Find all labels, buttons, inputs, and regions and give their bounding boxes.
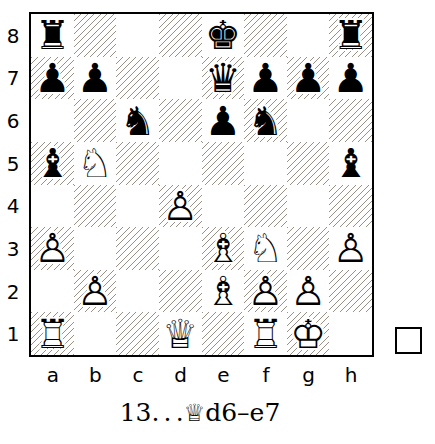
square-f7: ♟	[244, 57, 287, 100]
piece-black-knight: ♞	[120, 101, 156, 141]
white-to-move-indicator-icon	[395, 327, 422, 354]
square-d2	[159, 270, 202, 313]
piece-black-rook: ♜	[333, 15, 369, 55]
square-b7: ♟	[74, 57, 117, 100]
square-b2: ♟♙	[74, 270, 117, 313]
piece-white-knight: ♘	[248, 228, 284, 268]
piece-black-rook: ♜	[34, 15, 70, 55]
square-a2	[31, 270, 74, 313]
square-b3	[74, 227, 117, 270]
square-g4	[287, 185, 330, 228]
piece-white-bishop: ♗	[205, 271, 241, 311]
square-c7	[116, 57, 159, 100]
piece-white-pawn: ♙	[34, 228, 70, 268]
square-f5	[244, 142, 287, 185]
move-text: d6–e7	[205, 398, 280, 427]
square-a5: ♝	[31, 142, 74, 185]
square-e7: ♛	[202, 57, 245, 100]
square-f1: ♜♖	[244, 312, 287, 355]
piece-black-pawn: ♟	[290, 58, 326, 98]
square-e4	[202, 185, 245, 228]
square-d3	[159, 227, 202, 270]
square-h5: ♝	[329, 142, 372, 185]
square-h3: ♟♙	[329, 227, 372, 270]
piece-white-rook: ♖	[34, 314, 70, 354]
square-f4	[244, 185, 287, 228]
piece-black-queen: ♛	[205, 58, 241, 98]
square-h1	[329, 312, 372, 355]
square-f6: ♞	[244, 99, 287, 142]
piece-white-knight: ♘	[77, 143, 113, 183]
square-g5	[287, 142, 330, 185]
piece-white-pawn: ♙	[290, 271, 326, 311]
square-g6	[287, 99, 330, 142]
rank-label-6: 6	[0, 100, 26, 143]
square-e8: ♚	[202, 14, 245, 57]
square-h2	[329, 270, 372, 313]
piece-black-pawn: ♟	[205, 101, 241, 141]
file-labels: abcdefgh	[32, 362, 373, 388]
square-a6	[31, 99, 74, 142]
square-e6: ♟	[202, 99, 245, 142]
file-label-c: c	[117, 362, 160, 388]
rank-label-3: 3	[0, 228, 26, 271]
piece-white-bishop: ♗	[205, 228, 241, 268]
square-h8: ♜	[329, 14, 372, 57]
rank-label-4: 4	[0, 185, 26, 228]
square-a1: ♜♖	[31, 312, 74, 355]
move-caption: 13. . .♕d6–e7	[0, 398, 400, 427]
file-label-d: d	[159, 362, 202, 388]
square-e5	[202, 142, 245, 185]
square-g3	[287, 227, 330, 270]
queen-figurine-icon: ♕	[184, 399, 206, 427]
square-g1: ♚♔	[287, 312, 330, 355]
square-h4	[329, 185, 372, 228]
piece-black-pawn: ♟	[248, 58, 284, 98]
square-b1	[74, 312, 117, 355]
chess-diagram: 87654321 ♜♚♜♟♟♛♟♟♟♞♟♞♝♞♘♝♟♙♟♙♝♗♞♘♟♙♟♙♝♗♟…	[0, 0, 435, 444]
square-c5	[116, 142, 159, 185]
move-number: 13. . .	[120, 398, 184, 427]
piece-black-king: ♚	[205, 15, 241, 55]
rank-label-1: 1	[0, 313, 26, 356]
square-g2: ♟♙	[287, 270, 330, 313]
square-a7: ♟	[31, 57, 74, 100]
piece-black-knight: ♞	[248, 101, 284, 141]
square-d6	[159, 99, 202, 142]
square-c1	[116, 312, 159, 355]
square-f2: ♟♙	[244, 270, 287, 313]
square-a8: ♜	[31, 14, 74, 57]
square-e1	[202, 312, 245, 355]
piece-white-pawn: ♙	[248, 271, 284, 311]
piece-black-pawn: ♟	[77, 58, 113, 98]
square-c3	[116, 227, 159, 270]
square-b8	[74, 14, 117, 57]
piece-white-king: ♔	[290, 314, 326, 354]
rank-labels: 87654321	[0, 15, 26, 356]
rank-label-2: 2	[0, 270, 26, 313]
file-label-e: e	[202, 362, 245, 388]
square-d8	[159, 14, 202, 57]
square-b4	[74, 185, 117, 228]
square-f8	[244, 14, 287, 57]
square-c8	[116, 14, 159, 57]
square-g7: ♟	[287, 57, 330, 100]
board: ♜♚♜♟♟♛♟♟♟♞♟♞♝♞♘♝♟♙♟♙♝♗♞♘♟♙♟♙♝♗♟♙♟♙♜♖♛♕♜♖…	[29, 12, 374, 357]
file-label-h: h	[330, 362, 373, 388]
square-b5: ♞♘	[74, 142, 117, 185]
square-d5	[159, 142, 202, 185]
piece-black-pawn: ♟	[333, 58, 369, 98]
square-e2: ♝♗	[202, 270, 245, 313]
square-h6	[329, 99, 372, 142]
file-label-g: g	[287, 362, 330, 388]
file-label-b: b	[74, 362, 117, 388]
piece-white-rook: ♖	[248, 314, 284, 354]
square-e3: ♝♗	[202, 227, 245, 270]
square-c2	[116, 270, 159, 313]
piece-white-pawn: ♙	[333, 228, 369, 268]
square-h7: ♟	[329, 57, 372, 100]
piece-white-pawn: ♙	[162, 186, 198, 226]
square-b6	[74, 99, 117, 142]
square-d1: ♛♕	[159, 312, 202, 355]
square-d7	[159, 57, 202, 100]
piece-black-bishop: ♝	[333, 143, 369, 183]
file-label-f: f	[245, 362, 288, 388]
file-label-a: a	[32, 362, 75, 388]
rank-label-5: 5	[0, 142, 26, 185]
piece-white-pawn: ♙	[77, 271, 113, 311]
square-f3: ♞♘	[244, 227, 287, 270]
square-a3: ♟♙	[31, 227, 74, 270]
rank-label-7: 7	[0, 57, 26, 100]
rank-label-8: 8	[0, 15, 26, 58]
piece-black-bishop: ♝	[34, 143, 70, 183]
square-d4: ♟♙	[159, 185, 202, 228]
square-c4	[116, 185, 159, 228]
piece-black-pawn: ♟	[34, 58, 70, 98]
square-g8	[287, 14, 330, 57]
square-a4	[31, 185, 74, 228]
square-c6: ♞	[116, 99, 159, 142]
piece-white-queen: ♕	[162, 314, 198, 354]
